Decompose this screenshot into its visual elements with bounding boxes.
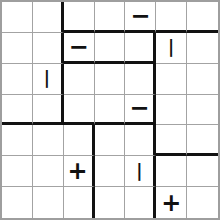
cell-r5c4[interactable]: | bbox=[125, 156, 156, 187]
cell-r0c6[interactable] bbox=[187, 2, 218, 33]
cell-r1c0[interactable] bbox=[2, 33, 33, 64]
cell-r3c3[interactable] bbox=[95, 95, 126, 126]
cell-r4c3[interactable] bbox=[95, 125, 126, 156]
cell-r1c3[interactable] bbox=[95, 33, 126, 64]
cell-r3c1[interactable] bbox=[33, 95, 64, 126]
cell-r0c5[interactable] bbox=[156, 2, 187, 33]
cell-r6c1[interactable] bbox=[33, 187, 64, 218]
cell-r2c3[interactable] bbox=[95, 64, 126, 95]
cell-r3c0[interactable] bbox=[2, 95, 33, 126]
tatamibari-board: −−||−+|+ bbox=[0, 0, 220, 220]
clue-minus: − bbox=[129, 96, 149, 120]
clue-bar: | bbox=[44, 70, 50, 87]
cell-r5c3[interactable] bbox=[95, 156, 126, 187]
cell-r1c1[interactable] bbox=[33, 33, 64, 64]
cell-r6c5[interactable]: + bbox=[156, 187, 187, 218]
cell-r6c2[interactable] bbox=[64, 187, 95, 218]
clue-plus: + bbox=[161, 191, 181, 215]
cell-r5c6[interactable] bbox=[187, 156, 218, 187]
cell-r1c4[interactable] bbox=[125, 33, 156, 64]
cell-r0c1[interactable] bbox=[33, 2, 64, 33]
cell-r5c2[interactable]: + bbox=[64, 156, 95, 187]
cell-r2c2[interactable] bbox=[64, 64, 95, 95]
cell-r1c6[interactable] bbox=[187, 33, 218, 64]
clue-bar: | bbox=[168, 39, 174, 56]
cell-r2c1[interactable]: | bbox=[33, 64, 64, 95]
cell-r3c2[interactable] bbox=[64, 95, 95, 126]
cell-r3c6[interactable] bbox=[187, 95, 218, 126]
cell-r4c2[interactable] bbox=[64, 125, 95, 156]
cell-r6c3[interactable] bbox=[95, 187, 126, 218]
cell-r2c6[interactable] bbox=[187, 64, 218, 95]
cell-r4c1[interactable] bbox=[33, 125, 64, 156]
cell-r5c1[interactable] bbox=[33, 156, 64, 187]
cell-r3c4[interactable]: − bbox=[125, 95, 156, 126]
cell-r4c6[interactable] bbox=[187, 125, 218, 156]
cell-r0c4[interactable]: − bbox=[125, 2, 156, 33]
clue-minus: − bbox=[69, 35, 89, 59]
cell-r2c0[interactable] bbox=[2, 64, 33, 95]
cell-r5c0[interactable] bbox=[2, 156, 33, 187]
cell-r4c5[interactable] bbox=[156, 125, 187, 156]
clue-plus: + bbox=[68, 159, 88, 183]
cell-r0c3[interactable] bbox=[95, 2, 126, 33]
cell-r3c5[interactable] bbox=[156, 95, 187, 126]
cell-r6c4[interactable] bbox=[125, 187, 156, 218]
cell-r2c4[interactable] bbox=[125, 64, 156, 95]
clue-minus: − bbox=[130, 4, 150, 28]
cell-r4c0[interactable] bbox=[2, 125, 33, 156]
cell-r0c0[interactable] bbox=[2, 2, 33, 33]
clue-bar: | bbox=[136, 163, 142, 180]
cell-r2c5[interactable] bbox=[156, 64, 187, 95]
cell-r6c6[interactable] bbox=[187, 187, 218, 218]
cell-r0c2[interactable] bbox=[64, 2, 95, 33]
cell-r5c5[interactable] bbox=[156, 156, 187, 187]
cell-r4c4[interactable] bbox=[125, 125, 156, 156]
cell-r1c5[interactable]: | bbox=[156, 33, 187, 64]
cell-r6c0[interactable] bbox=[2, 187, 33, 218]
cell-r1c2[interactable]: − bbox=[64, 33, 95, 64]
